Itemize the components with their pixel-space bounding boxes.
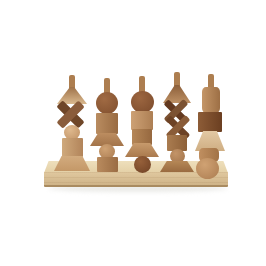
stack-3-block: [132, 129, 152, 145]
stack-4-ball: [170, 149, 185, 163]
stack-5-block: [198, 112, 222, 132]
stack-4-x: [163, 117, 193, 137]
stack-3-disc: [131, 91, 154, 113]
stack-1-trapezoid: [54, 156, 90, 171]
stack-3-trapezoid: [125, 143, 159, 157]
photo-background: [0, 0, 266, 266]
stack-3-cube: [131, 111, 153, 130]
stack-5-peg: [208, 74, 214, 88]
stack-5-cylinder: [202, 87, 220, 113]
stack-5-ball: [196, 158, 219, 179]
stack-4-peg: [174, 72, 180, 86]
stack-3-peg: [139, 76, 145, 92]
stack-3-ball: [134, 156, 151, 173]
stack-1-x: [54, 101, 88, 127]
stack-2-disc: [96, 92, 118, 114]
stack-2-cube: [97, 157, 118, 172]
stack-1-cube: [62, 138, 83, 157]
stack-1-peg: [69, 75, 75, 89]
stacking-toy: [0, 0, 266, 266]
stack-2-cube: [96, 113, 118, 134]
